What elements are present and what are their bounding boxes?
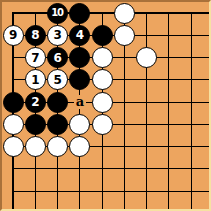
stone-white: [136, 47, 157, 68]
stone-black: [69, 47, 90, 68]
stone-white: [3, 136, 24, 157]
move-number: 8: [31, 29, 39, 41]
stone-white: [114, 25, 135, 46]
stone-black: [47, 114, 68, 135]
stone-black: 8: [25, 25, 46, 46]
stone-black: [69, 69, 90, 90]
stone-white: 7: [25, 47, 46, 68]
point-label-a: a: [74, 95, 86, 109]
stone-white: [92, 114, 113, 135]
move-number: 3: [53, 29, 61, 41]
move-number: 10: [51, 8, 63, 18]
move-number: 7: [31, 52, 39, 64]
move-number: 4: [76, 29, 84, 41]
stone-white: [3, 114, 24, 135]
stone-white: 5: [47, 69, 68, 90]
go-board: 10983476152a: [2, 2, 209, 209]
stone-black: 6: [47, 47, 68, 68]
stone-black: [69, 3, 90, 24]
stone-black: [92, 25, 113, 46]
move-number: 5: [53, 74, 61, 86]
stone-black: [47, 92, 68, 113]
move-number: 9: [9, 29, 17, 41]
move-number: 1: [31, 74, 39, 86]
stone-black: 4: [69, 25, 90, 46]
go-diagram: 10983476152a: [0, 0, 211, 211]
stone-white: [92, 47, 113, 68]
stone-white: 1: [25, 69, 46, 90]
stone-white: [114, 3, 135, 24]
move-number: 2: [31, 96, 39, 108]
stone-white: [69, 136, 90, 157]
stone-black: 2: [25, 92, 46, 113]
stone-black: [25, 114, 46, 135]
stone-white: [92, 92, 113, 113]
stone-white: [25, 136, 46, 157]
stone-white: [47, 136, 68, 157]
stone-white: 3: [47, 25, 68, 46]
move-number: 6: [53, 52, 61, 64]
stone-white: 9: [3, 25, 24, 46]
stone-black: [3, 92, 24, 113]
stone-white: [92, 69, 113, 90]
stone-white: [69, 114, 90, 135]
stone-black: 10: [47, 3, 68, 24]
